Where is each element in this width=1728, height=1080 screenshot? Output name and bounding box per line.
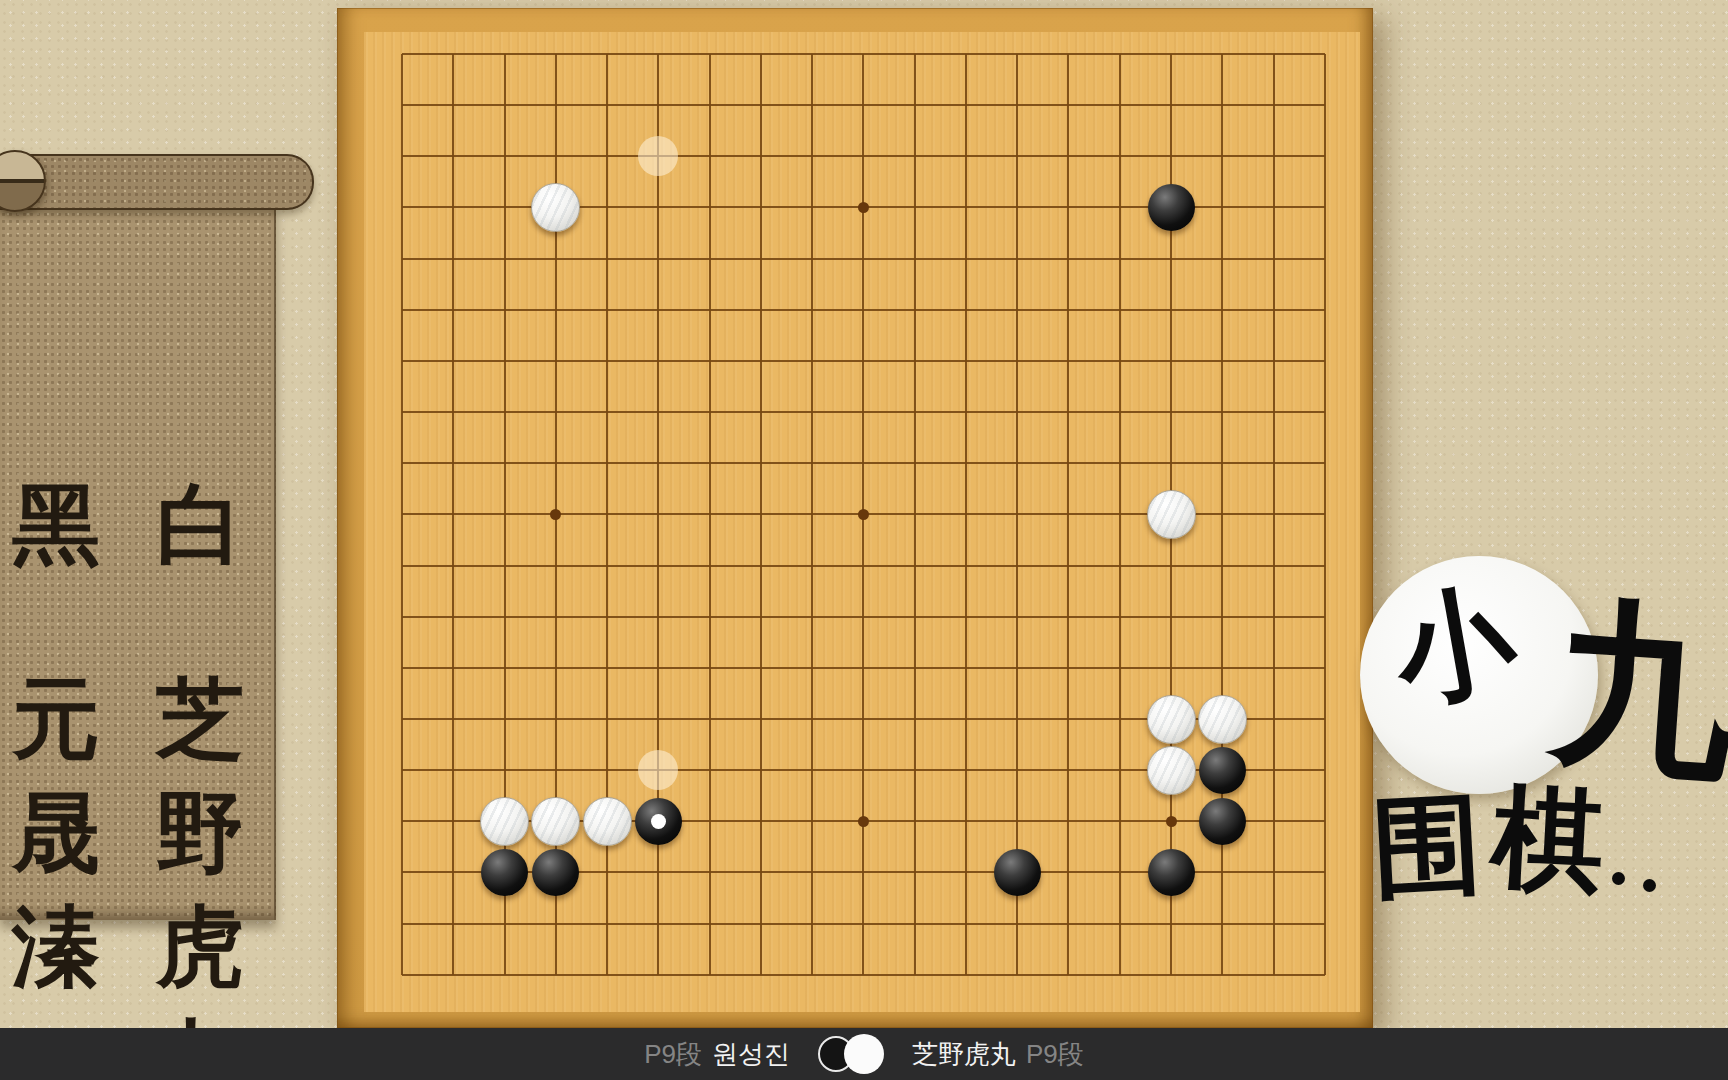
board-cell[interactable] [1299, 438, 1350, 489]
board-cell[interactable] [1299, 847, 1350, 898]
board-cell[interactable] [1248, 591, 1299, 642]
board-cell[interactable] [1248, 233, 1299, 284]
board-cell[interactable] [787, 540, 838, 591]
board-cell[interactable] [581, 847, 632, 898]
board-cell[interactable] [1299, 80, 1350, 131]
board-cell[interactable] [376, 898, 427, 949]
board-cell[interactable] [1197, 489, 1248, 540]
board-cell[interactable] [838, 386, 889, 437]
board-cell[interactable] [735, 949, 786, 1000]
board-cell[interactable] [479, 131, 530, 182]
board-cell[interactable] [992, 386, 1043, 437]
board-cell[interactable] [735, 540, 786, 591]
board-cell[interactable] [1145, 591, 1196, 642]
board-cell[interactable] [735, 847, 786, 898]
board-cell[interactable] [992, 847, 1043, 898]
board-cell[interactable] [1094, 642, 1145, 693]
board-cell[interactable] [735, 28, 786, 79]
board-cell[interactable] [1197, 131, 1248, 182]
board-cell[interactable] [1043, 642, 1094, 693]
board-cell[interactable] [530, 284, 581, 335]
board-cell[interactable] [530, 540, 581, 591]
board-cell[interactable] [684, 898, 735, 949]
board-cell[interactable] [530, 796, 581, 847]
board-cell[interactable] [376, 796, 427, 847]
board-cell[interactable] [633, 489, 684, 540]
board-cell[interactable] [787, 438, 838, 489]
board-cell[interactable] [787, 80, 838, 131]
board-cell[interactable] [1197, 182, 1248, 233]
board-cell[interactable] [376, 642, 427, 693]
board-cell[interactable] [530, 949, 581, 1000]
board-cell[interactable] [1043, 745, 1094, 796]
board-cell[interactable] [735, 182, 786, 233]
board-cell[interactable] [581, 591, 632, 642]
board-cell[interactable] [684, 489, 735, 540]
board-cell[interactable] [581, 745, 632, 796]
board-cell[interactable] [376, 386, 427, 437]
board-cell[interactable] [1197, 796, 1248, 847]
board-cell[interactable] [376, 693, 427, 744]
board-cell[interactable] [838, 284, 889, 335]
board-cell[interactable] [889, 284, 940, 335]
board-cell[interactable] [838, 335, 889, 386]
board-cell[interactable] [992, 182, 1043, 233]
board-cell[interactable] [1248, 745, 1299, 796]
board-cell[interactable] [1299, 540, 1350, 591]
board-cell[interactable] [1043, 335, 1094, 386]
board-cell[interactable] [889, 182, 940, 233]
board-cell[interactable] [1248, 796, 1299, 847]
board-cell[interactable] [684, 591, 735, 642]
board-cell[interactable] [1043, 233, 1094, 284]
board-cell[interactable] [1197, 386, 1248, 437]
board-cell[interactable] [787, 131, 838, 182]
board-cell[interactable] [787, 949, 838, 1000]
board-cell[interactable] [889, 489, 940, 540]
board-cell[interactable] [633, 898, 684, 949]
board-cell[interactable] [1299, 591, 1350, 642]
board-cell[interactable] [889, 386, 940, 437]
board-cell[interactable] [633, 540, 684, 591]
board-cell[interactable] [581, 335, 632, 386]
board-cell[interactable] [992, 540, 1043, 591]
board-cell[interactable] [1299, 28, 1350, 79]
board-cell[interactable] [838, 693, 889, 744]
board-cell[interactable] [684, 847, 735, 898]
board-cell[interactable] [479, 796, 530, 847]
board-cell[interactable] [1145, 693, 1196, 744]
board-cell[interactable] [1248, 386, 1299, 437]
board-cell[interactable] [787, 284, 838, 335]
board-cell[interactable] [530, 642, 581, 693]
board-cell[interactable] [684, 949, 735, 1000]
board-cell[interactable] [479, 898, 530, 949]
board-cell[interactable] [787, 745, 838, 796]
board-cell[interactable] [376, 949, 427, 1000]
board-cell[interactable] [428, 489, 479, 540]
board-cell[interactable] [684, 745, 735, 796]
board-cell[interactable] [581, 949, 632, 1000]
board-cell[interactable] [428, 693, 479, 744]
board-cell[interactable] [735, 796, 786, 847]
board-cell[interactable] [1043, 949, 1094, 1000]
board-cell[interactable] [684, 80, 735, 131]
board-cell[interactable] [787, 847, 838, 898]
board-cell[interactable] [735, 386, 786, 437]
board-cell[interactable] [1299, 949, 1350, 1000]
board-cell[interactable] [992, 438, 1043, 489]
board-cell[interactable] [940, 233, 991, 284]
board-cell[interactable] [1094, 796, 1145, 847]
board-cell[interactable] [428, 335, 479, 386]
board-cell[interactable] [940, 949, 991, 1000]
board-cell[interactable] [1299, 693, 1350, 744]
board-cell[interactable] [838, 898, 889, 949]
board-cell[interactable] [735, 80, 786, 131]
board-cell[interactable] [1197, 693, 1248, 744]
board-cell[interactable] [428, 642, 479, 693]
board-cell[interactable] [889, 591, 940, 642]
board-cell[interactable] [479, 642, 530, 693]
board-cell[interactable] [376, 335, 427, 386]
board-cell[interactable] [530, 745, 581, 796]
board-cell[interactable] [992, 693, 1043, 744]
board-cell[interactable] [1197, 233, 1248, 284]
board-cell[interactable] [633, 28, 684, 79]
board-cell[interactable] [735, 745, 786, 796]
board-cell[interactable] [1299, 745, 1350, 796]
board-cell[interactable] [787, 489, 838, 540]
board-cell[interactable] [940, 796, 991, 847]
board-cell[interactable] [787, 28, 838, 79]
board-cell[interactable] [1197, 284, 1248, 335]
board-cell[interactable] [684, 796, 735, 847]
board-cell[interactable] [530, 80, 581, 131]
board-cell[interactable] [787, 335, 838, 386]
board-cell[interactable] [428, 438, 479, 489]
board-cell[interactable] [1094, 335, 1145, 386]
board-cell[interactable] [633, 335, 684, 386]
board-cell[interactable] [633, 438, 684, 489]
board-cell[interactable] [992, 949, 1043, 1000]
board-cell[interactable] [530, 898, 581, 949]
board-cell[interactable] [735, 642, 786, 693]
board-cell[interactable] [633, 591, 684, 642]
board-cell[interactable] [889, 847, 940, 898]
board-cell[interactable] [581, 489, 632, 540]
board-cell[interactable] [479, 335, 530, 386]
board-cell[interactable] [992, 80, 1043, 131]
board-cell[interactable] [1094, 540, 1145, 591]
board-cell[interactable] [735, 898, 786, 949]
board-cell[interactable] [889, 693, 940, 744]
board-cell[interactable] [992, 28, 1043, 79]
board-cell[interactable] [1248, 131, 1299, 182]
board-cell[interactable] [1043, 796, 1094, 847]
board-cell[interactable] [1197, 335, 1248, 386]
board-cell[interactable] [1145, 28, 1196, 79]
board-cell[interactable] [1094, 80, 1145, 131]
board-cell[interactable] [787, 642, 838, 693]
board-cell[interactable] [1145, 438, 1196, 489]
board-cell[interactable] [992, 233, 1043, 284]
board-cell[interactable] [1248, 898, 1299, 949]
board-cell[interactable] [530, 182, 581, 233]
board-cell[interactable] [530, 386, 581, 437]
board-cell[interactable] [581, 182, 632, 233]
board-cell[interactable] [735, 591, 786, 642]
board-cell[interactable] [684, 284, 735, 335]
board-cell[interactable] [1145, 642, 1196, 693]
board-cell[interactable] [1299, 489, 1350, 540]
board-cell[interactable] [838, 233, 889, 284]
board-cell[interactable] [787, 898, 838, 949]
board-cell[interactable] [684, 28, 735, 79]
board-cell[interactable] [735, 489, 786, 540]
board-cell[interactable] [428, 591, 479, 642]
board-cell[interactable] [1043, 386, 1094, 437]
board-cell[interactable] [838, 642, 889, 693]
board-cell[interactable] [992, 131, 1043, 182]
board-cell[interactable] [376, 438, 427, 489]
board-cell[interactable] [838, 591, 889, 642]
board-cell[interactable] [1248, 438, 1299, 489]
board-cell[interactable] [376, 489, 427, 540]
board-cell[interactable] [1094, 898, 1145, 949]
board-cell[interactable] [838, 438, 889, 489]
board-cell[interactable] [940, 642, 991, 693]
board-cell[interactable] [1248, 540, 1299, 591]
board-cell[interactable] [992, 642, 1043, 693]
board-cell[interactable] [1043, 489, 1094, 540]
board-cell[interactable] [581, 386, 632, 437]
board-cell[interactable] [530, 591, 581, 642]
board-cell[interactable] [1248, 489, 1299, 540]
board-cell[interactable] [684, 335, 735, 386]
board-cell[interactable] [940, 540, 991, 591]
board-cell[interactable] [1094, 233, 1145, 284]
board-cell[interactable] [530, 335, 581, 386]
board-cell[interactable] [1197, 847, 1248, 898]
board-cell[interactable] [633, 386, 684, 437]
board-cell[interactable] [1299, 233, 1350, 284]
board-cell[interactable] [479, 182, 530, 233]
board-cell[interactable] [1145, 80, 1196, 131]
board-cell[interactable] [428, 182, 479, 233]
board-cell[interactable] [838, 745, 889, 796]
board-cell[interactable] [992, 796, 1043, 847]
board-cell[interactable] [940, 284, 991, 335]
board-cell[interactable] [530, 847, 581, 898]
board-cell[interactable] [479, 284, 530, 335]
board-cell[interactable] [1043, 591, 1094, 642]
board-cell[interactable] [684, 233, 735, 284]
board-cell[interactable] [530, 489, 581, 540]
board-cell[interactable] [889, 949, 940, 1000]
board-cell[interactable] [428, 796, 479, 847]
board-cell[interactable] [633, 131, 684, 182]
board-cell[interactable] [1145, 131, 1196, 182]
board-cell[interactable] [1145, 386, 1196, 437]
board-cell[interactable] [1094, 693, 1145, 744]
board-cell[interactable] [1299, 131, 1350, 182]
board-cell[interactable] [1043, 693, 1094, 744]
board-cell[interactable] [581, 693, 632, 744]
board-cell[interactable] [581, 438, 632, 489]
board-cell[interactable] [735, 438, 786, 489]
board-cell[interactable] [1145, 182, 1196, 233]
board-cell[interactable] [940, 335, 991, 386]
board-cell[interactable] [428, 949, 479, 1000]
board-cell[interactable] [992, 489, 1043, 540]
board-cell[interactable] [940, 131, 991, 182]
board-cell[interactable] [889, 335, 940, 386]
board-cell[interactable] [1248, 949, 1299, 1000]
board-cell[interactable] [940, 847, 991, 898]
board-cell[interactable] [1094, 284, 1145, 335]
board-cell[interactable] [735, 693, 786, 744]
board-cell[interactable] [1299, 796, 1350, 847]
board-cell[interactable] [787, 182, 838, 233]
board-cell[interactable] [376, 182, 427, 233]
board-cell[interactable] [1197, 80, 1248, 131]
board-cell[interactable] [838, 28, 889, 79]
board-cell[interactable] [787, 233, 838, 284]
board-cell[interactable] [1197, 949, 1248, 1000]
board-cell[interactable] [940, 80, 991, 131]
board-cell[interactable] [684, 540, 735, 591]
board-cell[interactable] [992, 898, 1043, 949]
board-cell[interactable] [992, 591, 1043, 642]
board-cell[interactable] [735, 335, 786, 386]
board-cell[interactable] [889, 898, 940, 949]
board-cell[interactable] [428, 233, 479, 284]
board-cell[interactable] [428, 898, 479, 949]
board-cell[interactable] [633, 693, 684, 744]
board-cell[interactable] [581, 131, 632, 182]
board-cell[interactable] [1043, 182, 1094, 233]
board-cell[interactable] [1299, 898, 1350, 949]
board-cell[interactable] [940, 28, 991, 79]
board-cell[interactable] [530, 233, 581, 284]
board-cell[interactable] [581, 796, 632, 847]
board-cell[interactable] [479, 693, 530, 744]
board-cell[interactable] [479, 233, 530, 284]
board-cell[interactable] [581, 540, 632, 591]
board-cell[interactable] [787, 591, 838, 642]
board-cell[interactable] [1299, 284, 1350, 335]
board-cell[interactable] [479, 540, 530, 591]
board-cell[interactable] [633, 796, 684, 847]
board-cell[interactable] [581, 28, 632, 79]
board-cell[interactable] [889, 745, 940, 796]
board-cell[interactable] [940, 898, 991, 949]
board-cell[interactable] [838, 540, 889, 591]
board-cell[interactable] [889, 796, 940, 847]
board-cell[interactable] [530, 28, 581, 79]
board-cell[interactable] [1145, 745, 1196, 796]
board-cell[interactable] [1299, 386, 1350, 437]
board-cell[interactable] [376, 591, 427, 642]
board-cell[interactable] [1094, 182, 1145, 233]
board-cell[interactable] [838, 847, 889, 898]
board-cell[interactable] [376, 540, 427, 591]
board-cell[interactable] [940, 745, 991, 796]
board-cell[interactable] [992, 335, 1043, 386]
board-cell[interactable] [428, 847, 479, 898]
board-cell[interactable] [889, 28, 940, 79]
board-cell[interactable] [1043, 847, 1094, 898]
board-cell[interactable] [940, 438, 991, 489]
board-cell[interactable] [992, 284, 1043, 335]
board-cell[interactable] [684, 386, 735, 437]
board-cell[interactable] [479, 489, 530, 540]
board-cell[interactable] [684, 182, 735, 233]
board-cell[interactable] [479, 591, 530, 642]
board-cell[interactable] [1094, 745, 1145, 796]
board-cell[interactable] [1043, 898, 1094, 949]
board-cell[interactable] [684, 642, 735, 693]
board-cell[interactable] [1197, 642, 1248, 693]
board-cell[interactable] [1094, 949, 1145, 1000]
board-cell[interactable] [479, 949, 530, 1000]
board-cell[interactable] [1145, 898, 1196, 949]
board-cell[interactable] [428, 386, 479, 437]
board-cell[interactable] [940, 591, 991, 642]
board-cell[interactable] [376, 28, 427, 79]
board-cell[interactable] [633, 182, 684, 233]
board-cell[interactable] [1094, 489, 1145, 540]
board-cell[interactable] [787, 386, 838, 437]
board-cell[interactable] [428, 131, 479, 182]
board-cell[interactable] [1197, 591, 1248, 642]
board-cell[interactable] [1145, 540, 1196, 591]
board-cell[interactable] [684, 693, 735, 744]
board-cell[interactable] [633, 949, 684, 1000]
board-cell[interactable] [1197, 540, 1248, 591]
board-cell[interactable] [1145, 284, 1196, 335]
board-cell[interactable] [633, 284, 684, 335]
board-cell[interactable] [1248, 693, 1299, 744]
board-cell[interactable] [479, 745, 530, 796]
board-cell[interactable] [581, 898, 632, 949]
board-cell[interactable] [1094, 386, 1145, 437]
board-cell[interactable] [428, 745, 479, 796]
board-cell[interactable] [1197, 745, 1248, 796]
board-cell[interactable] [428, 80, 479, 131]
board-cell[interactable] [838, 796, 889, 847]
board-cell[interactable] [1248, 182, 1299, 233]
board-cell[interactable] [479, 438, 530, 489]
board-cell[interactable] [889, 540, 940, 591]
board-cell[interactable] [633, 233, 684, 284]
board-cell[interactable] [530, 438, 581, 489]
board-cell[interactable] [940, 386, 991, 437]
board-cell[interactable] [1043, 131, 1094, 182]
board-cell[interactable] [376, 80, 427, 131]
board-cell[interactable] [889, 438, 940, 489]
board-cell[interactable] [1043, 438, 1094, 489]
board-cell[interactable] [1197, 898, 1248, 949]
board-cell[interactable] [1145, 233, 1196, 284]
board-cell[interactable] [376, 131, 427, 182]
board-cell[interactable] [1248, 642, 1299, 693]
board-cell[interactable] [581, 284, 632, 335]
board-cell[interactable] [1145, 949, 1196, 1000]
board-cell[interactable] [1145, 847, 1196, 898]
board-cell[interactable] [479, 847, 530, 898]
